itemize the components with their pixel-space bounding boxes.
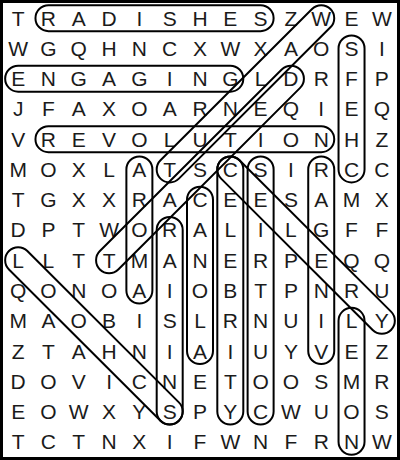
grid-cell[interactable]: R [33, 3, 63, 33]
grid-cell[interactable]: Z [276, 3, 306, 33]
grid-cell[interactable]: U [306, 396, 336, 426]
grid-cell[interactable]: R [336, 275, 366, 305]
grid-cell[interactable]: A [94, 64, 124, 94]
grid-cell[interactable]: A [64, 3, 94, 33]
grid-cell[interactable]: B [94, 306, 124, 336]
grid-cell[interactable]: M [336, 366, 366, 396]
grid-cell[interactable]: C [367, 154, 397, 184]
grid-cell[interactable]: E [64, 124, 94, 154]
grid-cell[interactable]: A [64, 336, 94, 366]
grid-cell[interactable]: S [185, 154, 215, 184]
grid-cell[interactable]: V [306, 336, 336, 366]
grid-cell[interactable]: Z [367, 124, 397, 154]
grid-cell[interactable]: C [155, 33, 185, 63]
grid-cell[interactable]: O [33, 275, 63, 305]
grid-cell[interactable]: A [33, 306, 63, 336]
grid-cell[interactable]: L [185, 306, 215, 336]
grid-cell[interactable]: G [306, 215, 336, 245]
grid-cell[interactable]: I [276, 154, 306, 184]
grid-cell[interactable]: T [3, 427, 33, 457]
grid-cell[interactable]: W [306, 3, 336, 33]
grid-cell[interactable]: Q [336, 245, 366, 275]
grid-cell[interactable]: Y [367, 306, 397, 336]
grid-cell[interactable]: I [94, 366, 124, 396]
grid-cell[interactable]: N [33, 64, 63, 94]
grid-cell[interactable]: E [3, 64, 33, 94]
grid-cell[interactable]: A [155, 245, 185, 275]
grid-cell[interactable]: O [33, 396, 63, 426]
grid-cell[interactable]: N [124, 336, 154, 366]
grid-cell[interactable]: C [245, 396, 275, 426]
grid-cell[interactable]: E [185, 366, 215, 396]
grid-cell[interactable]: Y [215, 396, 245, 426]
grid-cell[interactable]: I [367, 33, 397, 63]
grid-cell[interactable]: J [3, 94, 33, 124]
grid-cell[interactable]: R [367, 366, 397, 396]
grid-cell[interactable]: G [33, 185, 63, 215]
grid-cell[interactable]: I [155, 64, 185, 94]
grid-cell[interactable]: N [245, 427, 275, 457]
grid-cell[interactable]: T [3, 3, 33, 33]
grid-cell[interactable]: R [306, 427, 336, 457]
grid-cell[interactable]: T [3, 185, 33, 215]
grid-cell[interactable]: F [336, 215, 366, 245]
grid-cell[interactable]: T [215, 366, 245, 396]
grid-cell[interactable]: O [245, 366, 275, 396]
grid-cell[interactable]: P [33, 215, 63, 245]
grid-cell[interactable]: C [215, 154, 245, 184]
grid-cell[interactable]: A [185, 215, 215, 245]
grid-cell[interactable]: X [94, 396, 124, 426]
grid-cell[interactable]: H [94, 33, 124, 63]
grid-cell[interactable]: P [367, 64, 397, 94]
grid-cell[interactable]: T [245, 275, 275, 305]
grid-cell[interactable]: N [245, 306, 275, 336]
grid-cell[interactable]: T [64, 245, 94, 275]
grid-cell[interactable]: V [94, 124, 124, 154]
grid-cell[interactable]: Q [367, 94, 397, 124]
grid-cell[interactable]: R [306, 64, 336, 94]
grid-cell[interactable]: W [276, 396, 306, 426]
grid-cell[interactable]: S [245, 3, 275, 33]
grid-cell[interactable]: Z [367, 336, 397, 366]
grid-cell[interactable]: W [3, 33, 33, 63]
grid-cell[interactable]: W [215, 33, 245, 63]
grid-cell[interactable]: F [276, 427, 306, 457]
grid-cell[interactable]: I [124, 306, 154, 336]
grid-cell[interactable]: L [215, 215, 245, 245]
grid-cell[interactable]: O [185, 275, 215, 305]
grid-cell[interactable]: T [155, 154, 185, 184]
grid-cell[interactable]: S [155, 3, 185, 33]
grid-cell[interactable]: I [155, 275, 185, 305]
grid-cell[interactable]: I [306, 306, 336, 336]
grid-cell[interactable]: X [64, 185, 94, 215]
grid-cell[interactable]: E [336, 3, 366, 33]
grid-cell[interactable]: U [185, 124, 215, 154]
grid-cell[interactable]: X [245, 33, 275, 63]
grid-cell[interactable]: W [64, 396, 94, 426]
grid-cell[interactable]: W [94, 215, 124, 245]
grid-cell[interactable]: T [94, 245, 124, 275]
grid-cell[interactable]: R [124, 185, 154, 215]
grid-cell[interactable]: I [245, 124, 275, 154]
grid-cell[interactable]: R [215, 306, 245, 336]
grid-cell[interactable]: A [306, 185, 336, 215]
grid-cell[interactable]: P [276, 275, 306, 305]
grid-cell[interactable]: E [3, 396, 33, 426]
grid-cell[interactable]: A [155, 185, 185, 215]
grid-cell[interactable]: C [33, 427, 63, 457]
grid-cell[interactable]: O [124, 124, 154, 154]
grid-cell[interactable]: F [336, 64, 366, 94]
grid-cell[interactable]: C [336, 154, 366, 184]
grid-cell[interactable]: F [185, 427, 215, 457]
grid-cell[interactable]: N [215, 94, 245, 124]
grid-cell[interactable]: R [33, 124, 63, 154]
grid-cell[interactable]: R [185, 94, 215, 124]
grid-cell[interactable]: N [306, 124, 336, 154]
grid-cell[interactable]: U [367, 275, 397, 305]
grid-cell[interactable]: G [33, 33, 63, 63]
grid-cell[interactable]: D [94, 3, 124, 33]
grid-cell[interactable]: F [367, 215, 397, 245]
grid-cell[interactable]: R [155, 215, 185, 245]
grid-cell[interactable]: U [276, 306, 306, 336]
grid-cell[interactable]: M [3, 306, 33, 336]
grid-cell[interactable]: X [367, 185, 397, 215]
grid-cell[interactable]: Q [367, 245, 397, 275]
grid-cell[interactable]: E [215, 3, 245, 33]
grid-cell[interactable]: T [64, 215, 94, 245]
grid-cell[interactable]: E [215, 185, 245, 215]
grid-cell[interactable]: O [33, 366, 63, 396]
grid-cell[interactable]: E [245, 185, 275, 215]
grid-cell[interactable]: Q [3, 275, 33, 305]
grid-cell[interactable]: X [94, 94, 124, 124]
grid-cell[interactable]: H [185, 3, 215, 33]
grid-cell[interactable]: Q [276, 94, 306, 124]
grid-cell[interactable]: L [245, 64, 275, 94]
grid-cell[interactable]: Y [124, 396, 154, 426]
grid-cell[interactable]: O [276, 124, 306, 154]
grid-cell[interactable]: L [3, 245, 33, 275]
grid-cell[interactable]: D [3, 366, 33, 396]
grid-cell[interactable]: N [336, 427, 366, 457]
grid-cell[interactable]: A [276, 33, 306, 63]
grid-cell[interactable]: I [306, 94, 336, 124]
grid-cell[interactable]: L [276, 215, 306, 245]
grid-cell[interactable]: X [64, 154, 94, 184]
grid-cell[interactable]: T [215, 124, 245, 154]
grid-cell[interactable]: E [306, 245, 336, 275]
grid-cell[interactable]: S [155, 396, 185, 426]
grid-cell[interactable]: W [367, 3, 397, 33]
grid-cell[interactable]: N [155, 366, 185, 396]
grid-cell[interactable]: R [306, 154, 336, 184]
grid-cell[interactable]: O [64, 306, 94, 336]
grid-cell[interactable]: N [124, 33, 154, 63]
grid-cell[interactable]: O [124, 94, 154, 124]
grid-cell[interactable]: S [367, 396, 397, 426]
grid-cell[interactable]: N [94, 427, 124, 457]
grid-cell[interactable]: X [94, 185, 124, 215]
grid-cell[interactable]: M [336, 185, 366, 215]
grid-cell[interactable]: I [155, 427, 185, 457]
grid-cell[interactable]: P [276, 245, 306, 275]
grid-cell[interactable]: A [64, 94, 94, 124]
grid-cell[interactable]: A [124, 154, 154, 184]
grid-cell[interactable]: I [245, 215, 275, 245]
grid-cell[interactable]: M [124, 245, 154, 275]
grid-cell[interactable]: W [367, 427, 397, 457]
grid-cell[interactable]: V [64, 366, 94, 396]
grid-cell[interactable]: O [124, 215, 154, 245]
grid-cell[interactable]: T [33, 336, 63, 366]
grid-cell[interactable]: I [215, 336, 245, 366]
grid-cell[interactable]: Z [3, 336, 33, 366]
grid-cell[interactable]: A [185, 336, 215, 366]
grid-cell[interactable]: C [124, 366, 154, 396]
grid-cell[interactable]: W [215, 427, 245, 457]
grid-cell[interactable]: S [276, 185, 306, 215]
grid-cell[interactable]: X [185, 33, 215, 63]
grid-cell[interactable]: R [245, 245, 275, 275]
grid-cell[interactable]: N [306, 275, 336, 305]
grid-cell[interactable]: L [155, 124, 185, 154]
grid-cell[interactable]: Q [64, 33, 94, 63]
grid-cell[interactable]: N [64, 275, 94, 305]
grid-cell[interactable]: O [306, 33, 336, 63]
grid-cell[interactable]: O [94, 275, 124, 305]
grid-cell[interactable]: O [33, 154, 63, 184]
grid-cell[interactable]: O [276, 366, 306, 396]
grid-cell[interactable]: E [245, 94, 275, 124]
grid-cell[interactable]: E [215, 245, 245, 275]
grid-cell[interactable]: D [3, 215, 33, 245]
grid-cell[interactable]: H [336, 124, 366, 154]
grid-cell[interactable]: S [155, 306, 185, 336]
grid-cell[interactable]: E [336, 94, 366, 124]
grid-cell[interactable]: E [336, 336, 366, 366]
grid-cell[interactable]: G [215, 64, 245, 94]
grid-cell[interactable]: H [94, 336, 124, 366]
grid-cell[interactable]: V [3, 124, 33, 154]
grid-cell[interactable]: Y [276, 336, 306, 366]
grid-cell[interactable]: G [64, 64, 94, 94]
grid-cell[interactable]: L [336, 306, 366, 336]
grid-cell[interactable]: M [3, 154, 33, 184]
letter-grid: TRADISHESZWEWWGQHNCXWXAOSIENGAGINGLDRFPJ… [3, 3, 397, 457]
grid-cell[interactable]: U [245, 336, 275, 366]
grid-cell[interactable]: X [124, 427, 154, 457]
grid-cell[interactable]: L [33, 245, 63, 275]
grid-cell[interactable]: D [276, 64, 306, 94]
grid-cell[interactable]: C [185, 185, 215, 215]
grid-cell[interactable]: S [336, 33, 366, 63]
grid-cell[interactable]: N [185, 64, 215, 94]
grid-cell[interactable]: A [124, 275, 154, 305]
grid-cell[interactable]: N [185, 245, 215, 275]
grid-cell[interactable]: S [245, 154, 275, 184]
grid-cell[interactable]: S [306, 366, 336, 396]
grid-cell[interactable]: G [124, 64, 154, 94]
word-search-board: TRADISHESZWEWWGQHNCXWXAOSIENGAGINGLDRFPJ… [0, 0, 400, 460]
grid-cell[interactable]: T [64, 427, 94, 457]
grid-cell[interactable]: B [215, 275, 245, 305]
grid-cell[interactable]: L [94, 154, 124, 184]
grid-cell[interactable]: I [155, 336, 185, 366]
grid-cell[interactable]: I [124, 3, 154, 33]
grid-cell[interactable]: F [33, 94, 63, 124]
grid-cell[interactable]: P [185, 396, 215, 426]
grid-cell[interactable]: O [336, 396, 366, 426]
grid-cell[interactable]: A [155, 94, 185, 124]
